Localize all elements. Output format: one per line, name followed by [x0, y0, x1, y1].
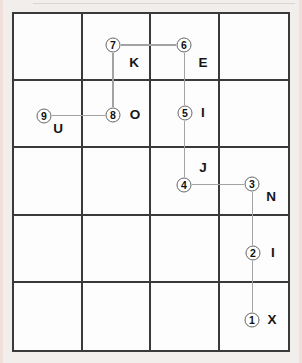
puzzle-page: 1X2I3N4J5I6E7K8O9U [0, 0, 302, 363]
scan-edge-tint-left [0, 0, 3, 363]
path-connector-2-3 [252, 192, 254, 245]
numbered-circle-8: 8 [106, 108, 121, 123]
numbered-circle-9: 9 [37, 109, 52, 124]
numbered-circle-1: 1 [245, 313, 260, 328]
letter-label-3: N [266, 190, 276, 204]
path-connector-4-5 [184, 121, 186, 177]
path-connector-7-8 [112, 53, 114, 107]
path-connector-8-9 [52, 115, 105, 117]
letter-label-9: U [53, 122, 63, 136]
numbered-circle-5: 5 [178, 106, 193, 121]
letter-label-5: I [201, 106, 205, 120]
path-connector-3-4 [192, 184, 244, 186]
path-connector-5-6 [184, 53, 186, 105]
numbered-circle-3: 3 [245, 177, 260, 192]
letter-label-1: X [267, 313, 276, 327]
letter-label-4: J [199, 161, 207, 175]
board-overlay: 1X2I3N4J5I6E7K8O9U [14, 14, 288, 350]
letter-label-8: O [130, 108, 141, 122]
numbered-circle-4: 4 [177, 178, 192, 193]
numbered-circle-6: 6 [177, 38, 192, 53]
path-connector-1-2 [252, 261, 254, 312]
path-connector-6-7 [121, 44, 176, 46]
scan-artifact-line [33, 3, 295, 4]
letter-label-7: K [129, 56, 139, 70]
letter-label-2: I [271, 246, 275, 260]
letter-label-6: E [198, 56, 207, 70]
numbered-circle-2: 2 [246, 246, 261, 261]
numbered-circle-7: 7 [106, 38, 121, 53]
scan-edge-tint-right [299, 0, 302, 363]
puzzle-board: 1X2I3N4J5I6E7K8O9U [12, 12, 290, 352]
